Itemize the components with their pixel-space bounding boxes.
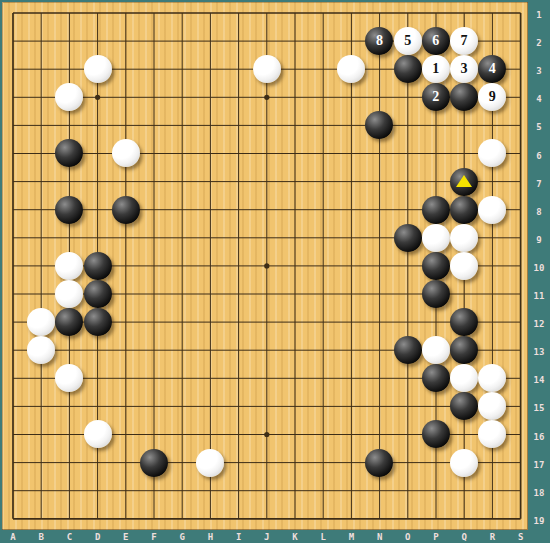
intersection-B4[interactable] xyxy=(27,83,55,111)
intersection-B18[interactable] xyxy=(27,477,55,505)
intersection-J4[interactable] xyxy=(253,83,281,111)
intersection-R8[interactable] xyxy=(478,196,506,224)
intersection-C4[interactable] xyxy=(55,83,83,111)
intersection-L15[interactable] xyxy=(309,392,337,420)
intersection-P12[interactable] xyxy=(422,308,450,336)
intersection-E14[interactable] xyxy=(112,364,140,392)
intersection-G18[interactable] xyxy=(168,477,196,505)
intersection-J9[interactable] xyxy=(253,224,281,252)
intersection-N6[interactable] xyxy=(365,139,393,167)
intersection-G16[interactable] xyxy=(168,420,196,448)
intersection-A7[interactable] xyxy=(0,168,27,196)
intersection-G11[interactable] xyxy=(168,280,196,308)
intersection-L2[interactable] xyxy=(309,27,337,55)
intersection-R17[interactable] xyxy=(478,448,506,476)
intersection-P6[interactable] xyxy=(422,139,450,167)
intersection-H12[interactable] xyxy=(196,308,224,336)
intersection-Q17[interactable] xyxy=(450,448,478,476)
intersection-O12[interactable] xyxy=(394,308,422,336)
intersection-O7[interactable] xyxy=(394,168,422,196)
intersection-Q11[interactable] xyxy=(450,280,478,308)
intersection-R9[interactable] xyxy=(478,224,506,252)
intersection-O18[interactable] xyxy=(394,477,422,505)
intersection-E3[interactable] xyxy=(112,55,140,83)
intersection-B14[interactable] xyxy=(27,364,55,392)
intersection-C19[interactable] xyxy=(55,505,83,533)
intersection-O10[interactable] xyxy=(394,252,422,280)
intersection-Q1[interactable] xyxy=(450,0,478,27)
intersection-I10[interactable] xyxy=(224,252,252,280)
intersection-B17[interactable] xyxy=(27,448,55,476)
intersection-A1[interactable] xyxy=(0,0,27,27)
intersection-G7[interactable] xyxy=(168,168,196,196)
intersection-O9[interactable] xyxy=(394,224,422,252)
intersection-I11[interactable] xyxy=(224,280,252,308)
intersection-B9[interactable] xyxy=(27,224,55,252)
intersection-J17[interactable] xyxy=(253,448,281,476)
intersection-E5[interactable] xyxy=(112,111,140,139)
intersection-O13[interactable] xyxy=(394,336,422,364)
intersection-A11[interactable] xyxy=(0,280,27,308)
intersection-N19[interactable] xyxy=(365,505,393,533)
intersection-A16[interactable] xyxy=(0,420,27,448)
intersection-C6[interactable] xyxy=(55,139,83,167)
intersection-Q6[interactable] xyxy=(450,139,478,167)
intersection-D2[interactable] xyxy=(83,27,111,55)
intersection-C7[interactable] xyxy=(55,168,83,196)
intersection-L11[interactable] xyxy=(309,280,337,308)
intersection-L9[interactable] xyxy=(309,224,337,252)
intersection-C5[interactable] xyxy=(55,111,83,139)
intersection-M15[interactable] xyxy=(337,392,365,420)
intersection-J7[interactable] xyxy=(253,168,281,196)
intersection-L10[interactable] xyxy=(309,252,337,280)
intersection-E17[interactable] xyxy=(112,448,140,476)
intersection-D16[interactable] xyxy=(83,420,111,448)
intersection-P11[interactable] xyxy=(422,280,450,308)
intersection-G3[interactable] xyxy=(168,55,196,83)
intersection-J16[interactable] xyxy=(253,420,281,448)
intersection-C15[interactable] xyxy=(55,392,83,420)
intersection-C1[interactable] xyxy=(55,0,83,27)
intersection-E10[interactable] xyxy=(112,252,140,280)
intersection-F18[interactable] xyxy=(140,477,168,505)
intersection-M6[interactable] xyxy=(337,139,365,167)
intersection-L12[interactable] xyxy=(309,308,337,336)
intersection-R3[interactable]: 4 xyxy=(478,55,506,83)
intersection-R14[interactable] xyxy=(478,364,506,392)
intersection-I6[interactable] xyxy=(224,139,252,167)
intersection-I7[interactable] xyxy=(224,168,252,196)
intersection-A17[interactable] xyxy=(0,448,27,476)
intersection-M2[interactable] xyxy=(337,27,365,55)
intersection-I13[interactable] xyxy=(224,336,252,364)
intersection-F8[interactable] xyxy=(140,196,168,224)
intersection-R15[interactable] xyxy=(478,392,506,420)
intersection-A6[interactable] xyxy=(0,139,27,167)
intersection-R10[interactable] xyxy=(478,252,506,280)
intersection-F6[interactable] xyxy=(140,139,168,167)
intersection-E11[interactable] xyxy=(112,280,140,308)
intersection-A2[interactable] xyxy=(0,27,27,55)
intersection-A19[interactable] xyxy=(0,505,27,533)
intersection-J15[interactable] xyxy=(253,392,281,420)
intersection-N10[interactable] xyxy=(365,252,393,280)
intersection-H2[interactable] xyxy=(196,27,224,55)
intersection-H10[interactable] xyxy=(196,252,224,280)
intersection-A12[interactable] xyxy=(0,308,27,336)
intersection-D15[interactable] xyxy=(83,392,111,420)
intersection-H11[interactable] xyxy=(196,280,224,308)
intersection-D6[interactable] xyxy=(83,139,111,167)
intersection-P1[interactable] xyxy=(422,0,450,27)
intersection-E9[interactable] xyxy=(112,224,140,252)
intersection-B5[interactable] xyxy=(27,111,55,139)
intersection-F16[interactable] xyxy=(140,420,168,448)
intersection-M14[interactable] xyxy=(337,364,365,392)
intersection-H17[interactable] xyxy=(196,448,224,476)
intersection-B6[interactable] xyxy=(27,139,55,167)
intersection-E18[interactable] xyxy=(112,477,140,505)
intersection-D10[interactable] xyxy=(83,252,111,280)
intersection-K14[interactable] xyxy=(281,364,309,392)
intersection-Q4[interactable] xyxy=(450,83,478,111)
intersection-K4[interactable] xyxy=(281,83,309,111)
intersection-I16[interactable] xyxy=(224,420,252,448)
intersection-P15[interactable] xyxy=(422,392,450,420)
intersection-D11[interactable] xyxy=(83,280,111,308)
intersection-G19[interactable] xyxy=(168,505,196,533)
intersection-D3[interactable] xyxy=(83,55,111,83)
intersection-F19[interactable] xyxy=(140,505,168,533)
intersection-D8[interactable] xyxy=(83,196,111,224)
intersection-C3[interactable] xyxy=(55,55,83,83)
intersection-M5[interactable] xyxy=(337,111,365,139)
intersection-N5[interactable] xyxy=(365,111,393,139)
intersection-M9[interactable] xyxy=(337,224,365,252)
intersection-M11[interactable] xyxy=(337,280,365,308)
intersection-G10[interactable] xyxy=(168,252,196,280)
intersection-K11[interactable] xyxy=(281,280,309,308)
intersection-J8[interactable] xyxy=(253,196,281,224)
intersection-C9[interactable] xyxy=(55,224,83,252)
intersection-E12[interactable] xyxy=(112,308,140,336)
intersection-P16[interactable] xyxy=(422,420,450,448)
intersection-N15[interactable] xyxy=(365,392,393,420)
intersection-K3[interactable] xyxy=(281,55,309,83)
intersection-P17[interactable] xyxy=(422,448,450,476)
intersection-L8[interactable] xyxy=(309,196,337,224)
intersection-L18[interactable] xyxy=(309,477,337,505)
intersection-R5[interactable] xyxy=(478,111,506,139)
intersection-R2[interactable] xyxy=(478,27,506,55)
intersection-A15[interactable] xyxy=(0,392,27,420)
intersection-F12[interactable] xyxy=(140,308,168,336)
intersection-M10[interactable] xyxy=(337,252,365,280)
intersection-L3[interactable] xyxy=(309,55,337,83)
intersection-L19[interactable] xyxy=(309,505,337,533)
intersection-C11[interactable] xyxy=(55,280,83,308)
intersection-G4[interactable] xyxy=(168,83,196,111)
intersection-D7[interactable] xyxy=(83,168,111,196)
intersection-O19[interactable] xyxy=(394,505,422,533)
intersection-K19[interactable] xyxy=(281,505,309,533)
intersection-O2[interactable]: 5 xyxy=(394,27,422,55)
intersection-E1[interactable] xyxy=(112,0,140,27)
intersection-M8[interactable] xyxy=(337,196,365,224)
intersection-B12[interactable] xyxy=(27,308,55,336)
intersection-K16[interactable] xyxy=(281,420,309,448)
intersection-F4[interactable] xyxy=(140,83,168,111)
intersection-E15[interactable] xyxy=(112,392,140,420)
intersection-A18[interactable] xyxy=(0,477,27,505)
intersection-O15[interactable] xyxy=(394,392,422,420)
intersection-Q13[interactable] xyxy=(450,336,478,364)
intersection-C14[interactable] xyxy=(55,364,83,392)
intersection-A14[interactable] xyxy=(0,364,27,392)
intersection-L1[interactable] xyxy=(309,0,337,27)
intersection-J19[interactable] xyxy=(253,505,281,533)
intersection-Q16[interactable] xyxy=(450,420,478,448)
intersection-P18[interactable] xyxy=(422,477,450,505)
intersection-R11[interactable] xyxy=(478,280,506,308)
intersection-K5[interactable] xyxy=(281,111,309,139)
intersection-A5[interactable] xyxy=(0,111,27,139)
intersection-I4[interactable] xyxy=(224,83,252,111)
intersection-A10[interactable] xyxy=(0,252,27,280)
intersection-Q14[interactable] xyxy=(450,364,478,392)
intersection-J10[interactable] xyxy=(253,252,281,280)
intersection-Q9[interactable] xyxy=(450,224,478,252)
intersection-B1[interactable] xyxy=(27,0,55,27)
intersection-H8[interactable] xyxy=(196,196,224,224)
intersection-H4[interactable] xyxy=(196,83,224,111)
intersection-E8[interactable] xyxy=(112,196,140,224)
intersection-I5[interactable] xyxy=(224,111,252,139)
intersection-G17[interactable] xyxy=(168,448,196,476)
intersection-B7[interactable] xyxy=(27,168,55,196)
intersection-B13[interactable] xyxy=(27,336,55,364)
intersection-G15[interactable] xyxy=(168,392,196,420)
intersection-K2[interactable] xyxy=(281,27,309,55)
intersection-Q15[interactable] xyxy=(450,392,478,420)
intersection-B11[interactable] xyxy=(27,280,55,308)
intersection-K18[interactable] xyxy=(281,477,309,505)
intersection-H6[interactable] xyxy=(196,139,224,167)
intersection-E13[interactable] xyxy=(112,336,140,364)
intersection-J1[interactable] xyxy=(253,0,281,27)
intersection-P10[interactable] xyxy=(422,252,450,280)
intersection-D17[interactable] xyxy=(83,448,111,476)
intersection-A3[interactable] xyxy=(0,55,27,83)
intersection-B10[interactable] xyxy=(27,252,55,280)
intersection-Q7[interactable] xyxy=(450,168,478,196)
intersection-G2[interactable] xyxy=(168,27,196,55)
intersection-H19[interactable] xyxy=(196,505,224,533)
intersection-C18[interactable] xyxy=(55,477,83,505)
intersection-P14[interactable] xyxy=(422,364,450,392)
intersection-A13[interactable] xyxy=(0,336,27,364)
intersection-O3[interactable] xyxy=(394,55,422,83)
intersection-L6[interactable] xyxy=(309,139,337,167)
intersection-Q5[interactable] xyxy=(450,111,478,139)
intersection-P19[interactable] xyxy=(422,505,450,533)
intersection-F5[interactable] xyxy=(140,111,168,139)
intersection-N17[interactable] xyxy=(365,448,393,476)
intersection-D14[interactable] xyxy=(83,364,111,392)
intersection-F9[interactable] xyxy=(140,224,168,252)
intersection-R4[interactable]: 9 xyxy=(478,83,506,111)
intersection-F15[interactable] xyxy=(140,392,168,420)
intersection-F3[interactable] xyxy=(140,55,168,83)
intersection-F2[interactable] xyxy=(140,27,168,55)
intersection-R13[interactable] xyxy=(478,336,506,364)
intersection-D18[interactable] xyxy=(83,477,111,505)
intersection-K15[interactable] xyxy=(281,392,309,420)
intersection-B19[interactable] xyxy=(27,505,55,533)
intersection-F13[interactable] xyxy=(140,336,168,364)
intersection-R7[interactable] xyxy=(478,168,506,196)
intersection-Q8[interactable] xyxy=(450,196,478,224)
intersection-I3[interactable] xyxy=(224,55,252,83)
intersection-C8[interactable] xyxy=(55,196,83,224)
intersection-E2[interactable] xyxy=(112,27,140,55)
intersection-O4[interactable] xyxy=(394,83,422,111)
intersection-N11[interactable] xyxy=(365,280,393,308)
intersection-I1[interactable] xyxy=(224,0,252,27)
intersection-F1[interactable] xyxy=(140,0,168,27)
intersection-G1[interactable] xyxy=(168,0,196,27)
intersection-E16[interactable] xyxy=(112,420,140,448)
intersection-M4[interactable] xyxy=(337,83,365,111)
intersection-H5[interactable] xyxy=(196,111,224,139)
intersection-J14[interactable] xyxy=(253,364,281,392)
intersection-G14[interactable] xyxy=(168,364,196,392)
intersection-D13[interactable] xyxy=(83,336,111,364)
intersection-I8[interactable] xyxy=(224,196,252,224)
intersection-L13[interactable] xyxy=(309,336,337,364)
intersection-K6[interactable] xyxy=(281,139,309,167)
intersection-G9[interactable] xyxy=(168,224,196,252)
intersection-N13[interactable] xyxy=(365,336,393,364)
intersection-O16[interactable] xyxy=(394,420,422,448)
intersection-F11[interactable] xyxy=(140,280,168,308)
intersection-Q3[interactable]: 3 xyxy=(450,55,478,83)
intersection-I19[interactable] xyxy=(224,505,252,533)
intersection-B3[interactable] xyxy=(27,55,55,83)
intersection-C10[interactable] xyxy=(55,252,83,280)
intersection-Q19[interactable] xyxy=(450,505,478,533)
intersection-K8[interactable] xyxy=(281,196,309,224)
intersection-J5[interactable] xyxy=(253,111,281,139)
intersection-F14[interactable] xyxy=(140,364,168,392)
intersection-B2[interactable] xyxy=(27,27,55,55)
intersection-N18[interactable] xyxy=(365,477,393,505)
intersection-H14[interactable] xyxy=(196,364,224,392)
intersection-C2[interactable] xyxy=(55,27,83,55)
intersection-O14[interactable] xyxy=(394,364,422,392)
intersection-R19[interactable] xyxy=(478,505,506,533)
intersection-O8[interactable] xyxy=(394,196,422,224)
intersection-H1[interactable] xyxy=(196,0,224,27)
intersection-P3[interactable]: 1 xyxy=(422,55,450,83)
intersection-Q10[interactable] xyxy=(450,252,478,280)
intersection-L17[interactable] xyxy=(309,448,337,476)
intersection-M18[interactable] xyxy=(337,477,365,505)
intersection-H7[interactable] xyxy=(196,168,224,196)
intersection-H9[interactable] xyxy=(196,224,224,252)
intersection-A4[interactable] xyxy=(0,83,27,111)
intersection-J18[interactable] xyxy=(253,477,281,505)
intersection-I15[interactable] xyxy=(224,392,252,420)
intersection-M13[interactable] xyxy=(337,336,365,364)
intersection-N9[interactable] xyxy=(365,224,393,252)
intersection-G8[interactable] xyxy=(168,196,196,224)
intersection-N4[interactable] xyxy=(365,83,393,111)
intersection-F10[interactable] xyxy=(140,252,168,280)
intersection-K12[interactable] xyxy=(281,308,309,336)
intersection-A8[interactable] xyxy=(0,196,27,224)
intersection-J6[interactable] xyxy=(253,139,281,167)
intersection-J2[interactable] xyxy=(253,27,281,55)
intersection-G6[interactable] xyxy=(168,139,196,167)
intersection-I2[interactable] xyxy=(224,27,252,55)
intersection-O11[interactable] xyxy=(394,280,422,308)
intersection-P13[interactable] xyxy=(422,336,450,364)
intersection-O6[interactable] xyxy=(394,139,422,167)
intersection-H15[interactable] xyxy=(196,392,224,420)
intersection-N3[interactable] xyxy=(365,55,393,83)
intersection-K13[interactable] xyxy=(281,336,309,364)
intersection-D12[interactable] xyxy=(83,308,111,336)
intersection-J3[interactable] xyxy=(253,55,281,83)
intersection-N8[interactable] xyxy=(365,196,393,224)
intersection-I9[interactable] xyxy=(224,224,252,252)
intersection-Q12[interactable] xyxy=(450,308,478,336)
intersection-N12[interactable] xyxy=(365,308,393,336)
intersection-M7[interactable] xyxy=(337,168,365,196)
intersection-N16[interactable] xyxy=(365,420,393,448)
intersection-B15[interactable] xyxy=(27,392,55,420)
intersection-B16[interactable] xyxy=(27,420,55,448)
intersection-L14[interactable] xyxy=(309,364,337,392)
intersection-P9[interactable] xyxy=(422,224,450,252)
intersection-M3[interactable] xyxy=(337,55,365,83)
intersection-K17[interactable] xyxy=(281,448,309,476)
intersection-G13[interactable] xyxy=(168,336,196,364)
intersection-H13[interactable] xyxy=(196,336,224,364)
intersection-R18[interactable] xyxy=(478,477,506,505)
intersection-M16[interactable] xyxy=(337,420,365,448)
intersection-I12[interactable] xyxy=(224,308,252,336)
intersection-M19[interactable] xyxy=(337,505,365,533)
intersection-O1[interactable] xyxy=(394,0,422,27)
intersection-D19[interactable] xyxy=(83,505,111,533)
intersection-J13[interactable] xyxy=(253,336,281,364)
intersection-G5[interactable] xyxy=(168,111,196,139)
intersection-M1[interactable] xyxy=(337,0,365,27)
intersection-J11[interactable] xyxy=(253,280,281,308)
intersection-E4[interactable] xyxy=(112,83,140,111)
intersection-D4[interactable] xyxy=(83,83,111,111)
intersection-L7[interactable] xyxy=(309,168,337,196)
intersection-P8[interactable] xyxy=(422,196,450,224)
intersection-L5[interactable] xyxy=(309,111,337,139)
intersection-F17[interactable] xyxy=(140,448,168,476)
intersection-N2[interactable]: 8 xyxy=(365,27,393,55)
intersection-R1[interactable] xyxy=(478,0,506,27)
intersection-E7[interactable] xyxy=(112,168,140,196)
